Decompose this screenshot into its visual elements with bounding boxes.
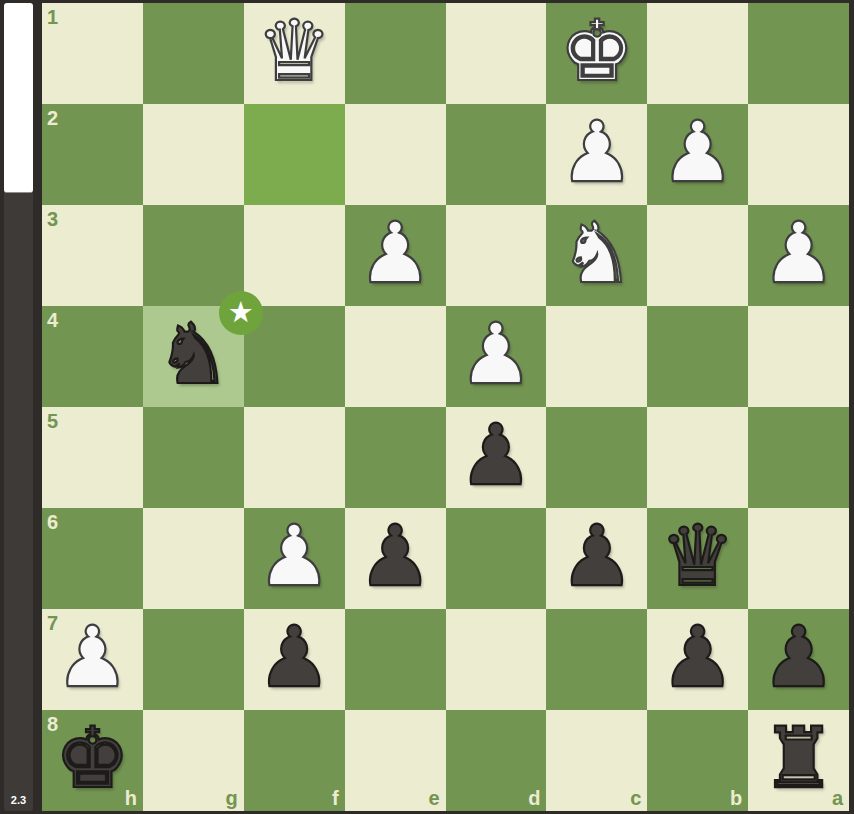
- best-move-badge: ★: [219, 291, 263, 335]
- piece-black-pawn-a7[interactable]: ♟: [748, 606, 849, 707]
- square-c4[interactable]: [546, 306, 647, 407]
- square-f2[interactable]: [244, 104, 345, 205]
- square-h1[interactable]: 1: [42, 3, 143, 104]
- square-h2[interactable]: 2: [42, 104, 143, 205]
- square-h6[interactable]: 6: [42, 508, 143, 609]
- square-d7[interactable]: [446, 609, 547, 710]
- piece-white-pawn-e3[interactable]: ♟: [345, 202, 446, 303]
- square-e2[interactable]: [345, 104, 446, 205]
- square-f1[interactable]: ♛: [244, 3, 345, 104]
- rank-label-3: 3: [47, 209, 58, 229]
- square-f7[interactable]: ♟: [244, 609, 345, 710]
- piece-black-rook-a8[interactable]: ♜: [748, 707, 849, 808]
- square-b2[interactable]: ♟: [647, 104, 748, 205]
- piece-white-pawn-d4[interactable]: ♟: [446, 303, 547, 404]
- square-a5[interactable]: [748, 407, 849, 508]
- chess-board: 1♛♚2♟♟3♟♞♟4♞★♟5♟6♟♟♟♛7♟♟♟♟8h♚gfedcba♜: [42, 3, 849, 811]
- rank-label-1: 1: [47, 7, 58, 27]
- square-e4[interactable]: [345, 306, 446, 407]
- square-f8[interactable]: f: [244, 710, 345, 811]
- square-b8[interactable]: b: [647, 710, 748, 811]
- square-d8[interactable]: d: [446, 710, 547, 811]
- rank-label-5: 5: [47, 411, 58, 431]
- rank-label-2: 2: [47, 108, 58, 128]
- eval-white-section: [4, 3, 33, 193]
- square-d5[interactable]: ♟: [446, 407, 547, 508]
- file-label-d: d: [528, 788, 540, 808]
- square-g7[interactable]: [143, 609, 244, 710]
- square-f5[interactable]: [244, 407, 345, 508]
- square-a6[interactable]: [748, 508, 849, 609]
- square-a2[interactable]: [748, 104, 849, 205]
- piece-black-king-h8[interactable]: ♚: [42, 707, 143, 808]
- star-icon: ★: [228, 298, 254, 327]
- square-g8[interactable]: g: [143, 710, 244, 811]
- square-d4[interactable]: ♟: [446, 306, 547, 407]
- piece-black-pawn-c6[interactable]: ♟: [546, 505, 647, 606]
- file-label-f: f: [332, 788, 339, 808]
- square-e8[interactable]: e: [345, 710, 446, 811]
- square-d3[interactable]: [446, 205, 547, 306]
- piece-white-king-c1[interactable]: ♚: [546, 0, 647, 101]
- square-e1[interactable]: [345, 3, 446, 104]
- square-g1[interactable]: [143, 3, 244, 104]
- file-label-c: c: [630, 788, 641, 808]
- square-c3[interactable]: ♞: [546, 205, 647, 306]
- piece-white-pawn-a3[interactable]: ♟: [748, 202, 849, 303]
- file-label-e: e: [428, 788, 439, 808]
- square-e3[interactable]: ♟: [345, 205, 446, 306]
- square-a3[interactable]: ♟: [748, 205, 849, 306]
- piece-white-pawn-f6[interactable]: ♟: [244, 505, 345, 606]
- square-a4[interactable]: [748, 306, 849, 407]
- square-f6[interactable]: ♟: [244, 508, 345, 609]
- square-h5[interactable]: 5: [42, 407, 143, 508]
- square-g5[interactable]: [143, 407, 244, 508]
- square-c5[interactable]: [546, 407, 647, 508]
- square-d1[interactable]: [446, 3, 547, 104]
- piece-white-pawn-c2[interactable]: ♟: [546, 101, 647, 202]
- square-c8[interactable]: c: [546, 710, 647, 811]
- square-g4[interactable]: ♞★: [143, 306, 244, 407]
- square-g3[interactable]: [143, 205, 244, 306]
- file-label-g: g: [226, 788, 238, 808]
- square-d2[interactable]: [446, 104, 547, 205]
- square-g6[interactable]: [143, 508, 244, 609]
- piece-white-pawn-b2[interactable]: ♟: [647, 101, 748, 202]
- piece-white-queen-f1[interactable]: ♛: [244, 0, 345, 101]
- piece-white-pawn-h7[interactable]: ♟: [42, 606, 143, 707]
- square-d6[interactable]: [446, 508, 547, 609]
- square-e7[interactable]: [345, 609, 446, 710]
- square-b3[interactable]: [647, 205, 748, 306]
- piece-black-pawn-d5[interactable]: ♟: [446, 404, 547, 505]
- piece-black-pawn-b7[interactable]: ♟: [647, 606, 748, 707]
- square-b5[interactable]: [647, 407, 748, 508]
- file-label-b: b: [730, 788, 742, 808]
- square-h4[interactable]: 4: [42, 306, 143, 407]
- square-a1[interactable]: [748, 3, 849, 104]
- piece-black-queen-b6[interactable]: ♛: [647, 505, 748, 606]
- square-c7[interactable]: [546, 609, 647, 710]
- board-frame: 2.3 1♛♚2♟♟3♟♞♟4♞★♟5♟6♟♟♟♛7♟♟♟♟8h♚gfedcba…: [0, 0, 854, 814]
- square-c6[interactable]: ♟: [546, 508, 647, 609]
- square-e5[interactable]: [345, 407, 446, 508]
- piece-black-pawn-f7[interactable]: ♟: [244, 606, 345, 707]
- rank-label-6: 6: [47, 512, 58, 532]
- square-e6[interactable]: ♟: [345, 508, 446, 609]
- square-b4[interactable]: [647, 306, 748, 407]
- rank-label-4: 4: [47, 310, 58, 330]
- eval-score: 2.3: [4, 794, 33, 806]
- square-b6[interactable]: ♛: [647, 508, 748, 609]
- square-h3[interactable]: 3: [42, 205, 143, 306]
- piece-black-pawn-e6[interactable]: ♟: [345, 505, 446, 606]
- piece-white-knight-c3[interactable]: ♞: [546, 202, 647, 303]
- evaluation-bar: 2.3: [4, 3, 33, 811]
- square-a7[interactable]: ♟: [748, 609, 849, 710]
- square-c2[interactable]: ♟: [546, 104, 647, 205]
- square-b7[interactable]: ♟: [647, 609, 748, 710]
- square-h8[interactable]: 8h♚: [42, 710, 143, 811]
- square-h7[interactable]: 7♟: [42, 609, 143, 710]
- square-f3[interactable]: [244, 205, 345, 306]
- square-g2[interactable]: [143, 104, 244, 205]
- square-b1[interactable]: [647, 3, 748, 104]
- square-a8[interactable]: a♜: [748, 710, 849, 811]
- square-c1[interactable]: ♚: [546, 3, 647, 104]
